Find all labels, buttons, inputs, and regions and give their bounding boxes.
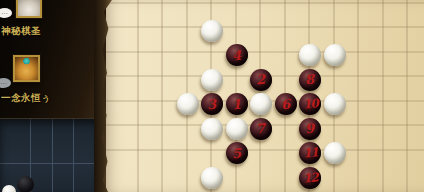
move-number-label: 2 [256,73,266,87]
white-stone [201,167,223,189]
game-screen: 428316107951112 ⋯ 神秘棋圣 ⋯ 一念永恒ぅ [0,0,424,192]
move-number-label: 9 [305,122,315,136]
opponent-avatar[interactable] [16,0,42,18]
player-name: 一念永恒ぅ [1,92,97,105]
white-stone [201,20,223,42]
white-stone [201,118,223,140]
move-number-label: 6 [280,97,290,111]
move-number-label: 4 [231,48,241,62]
white-stone [324,44,346,66]
board-minimap[interactable] [0,118,100,192]
black-stone-move-6: 6 [275,93,297,115]
player-chat-bubble-icon[interactable]: ⋯ [0,78,11,88]
black-stone-move-9: 9 [299,118,321,140]
sidebar: ⋯ 神秘棋圣 ⋯ 一念永恒ぅ [0,0,106,192]
black-stone-move-4: 4 [226,44,248,66]
black-stone-move-5: 5 [226,142,248,164]
opponent-chat-bubble-icon[interactable]: ⋯ [0,8,12,18]
minimap-white-stone [2,185,16,192]
move-number-label: 8 [305,73,315,87]
black-stone-move-3: 3 [201,93,223,115]
opponent-name: 神秘棋圣 [1,25,97,38]
white-stone [177,93,199,115]
move-number-label: 10 [302,97,318,110]
black-stone-move-11: 11 [299,142,321,164]
move-number-label: 7 [256,122,266,136]
black-stone-move-1: 1 [226,93,248,115]
white-stone [324,142,346,164]
black-stone-move-12: 12 [299,167,321,189]
move-number-label: 12 [302,171,318,184]
move-number-label: 11 [302,146,318,159]
white-stone [299,44,321,66]
move-number-label: 1 [231,97,241,111]
black-stone-move-2: 2 [250,69,272,91]
white-stone [250,93,272,115]
black-stone-move-10: 10 [299,93,321,115]
move-number-label: 3 [207,97,217,111]
white-stone [324,93,346,115]
player-avatar[interactable] [13,55,40,82]
minimap-black-stone [17,176,34,192]
white-stone [201,69,223,91]
white-stone [226,118,248,140]
gomoku-board[interactable]: 428316107951112 [100,0,424,192]
move-number-label: 5 [231,146,241,160]
black-stone-move-8: 8 [299,69,321,91]
black-stone-move-7: 7 [250,118,272,140]
